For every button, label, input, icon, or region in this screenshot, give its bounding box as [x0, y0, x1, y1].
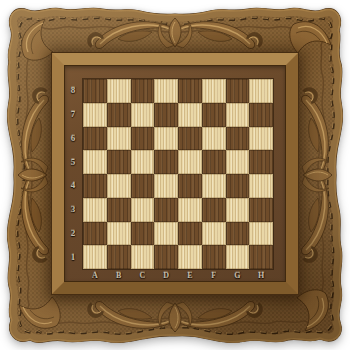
square-a3[interactable]	[83, 198, 107, 222]
file-label-g: G	[226, 269, 250, 282]
square-h5[interactable]	[249, 150, 273, 174]
square-e4[interactable]	[178, 174, 202, 198]
rank-labels: 87654321	[63, 79, 83, 269]
square-a6[interactable]	[83, 127, 107, 151]
square-d4[interactable]	[154, 174, 178, 198]
rank-label-8: 8	[63, 79, 83, 103]
file-label-e: E	[178, 269, 202, 282]
square-e3[interactable]	[178, 198, 202, 222]
square-h8[interactable]	[249, 79, 273, 103]
square-g3[interactable]	[226, 198, 250, 222]
chess-board-assembly: 87654321 ABCDEFGH	[52, 53, 298, 294]
square-h1[interactable]	[249, 245, 273, 269]
square-f5[interactable]	[202, 150, 226, 174]
square-a7[interactable]	[83, 103, 107, 127]
square-e6[interactable]	[178, 127, 202, 151]
file-label-h: H	[249, 269, 273, 282]
square-e5[interactable]	[178, 150, 202, 174]
square-d6[interactable]	[154, 127, 178, 151]
square-b7[interactable]	[107, 103, 131, 127]
rank-label-1: 1	[63, 245, 83, 269]
square-h3[interactable]	[249, 198, 273, 222]
square-e8[interactable]	[178, 79, 202, 103]
square-a2[interactable]	[83, 222, 107, 246]
square-f1[interactable]	[202, 245, 226, 269]
square-c5[interactable]	[131, 150, 155, 174]
square-a5[interactable]	[83, 150, 107, 174]
square-c7[interactable]	[131, 103, 155, 127]
square-b4[interactable]	[107, 174, 131, 198]
square-c3[interactable]	[131, 198, 155, 222]
square-b8[interactable]	[107, 79, 131, 103]
square-e1[interactable]	[178, 245, 202, 269]
board-squares	[83, 79, 273, 269]
square-f6[interactable]	[202, 127, 226, 151]
photo-background: 87654321 ABCDEFGH	[0, 0, 350, 350]
square-b6[interactable]	[107, 127, 131, 151]
square-h7[interactable]	[249, 103, 273, 127]
square-f8[interactable]	[202, 79, 226, 103]
square-d7[interactable]	[154, 103, 178, 127]
square-h4[interactable]	[249, 174, 273, 198]
rank-label-7: 7	[63, 103, 83, 127]
file-labels: ABCDEFGH	[83, 269, 273, 282]
rank-label-6: 6	[63, 127, 83, 151]
square-a8[interactable]	[83, 79, 107, 103]
square-g8[interactable]	[226, 79, 250, 103]
square-d3[interactable]	[154, 198, 178, 222]
square-f2[interactable]	[202, 222, 226, 246]
square-h6[interactable]	[249, 127, 273, 151]
square-e7[interactable]	[178, 103, 202, 127]
rank-label-5: 5	[63, 150, 83, 174]
square-b2[interactable]	[107, 222, 131, 246]
file-label-b: B	[107, 269, 131, 282]
square-b1[interactable]	[107, 245, 131, 269]
square-c2[interactable]	[131, 222, 155, 246]
square-f4[interactable]	[202, 174, 226, 198]
square-a1[interactable]	[83, 245, 107, 269]
file-label-d: D	[154, 269, 178, 282]
file-label-f: F	[202, 269, 226, 282]
square-c6[interactable]	[131, 127, 155, 151]
square-c8[interactable]	[131, 79, 155, 103]
square-c4[interactable]	[131, 174, 155, 198]
file-label-c: C	[131, 269, 155, 282]
square-c1[interactable]	[131, 245, 155, 269]
square-b5[interactable]	[107, 150, 131, 174]
square-g5[interactable]	[226, 150, 250, 174]
square-a4[interactable]	[83, 174, 107, 198]
square-h2[interactable]	[249, 222, 273, 246]
square-f7[interactable]	[202, 103, 226, 127]
square-e2[interactable]	[178, 222, 202, 246]
square-g1[interactable]	[226, 245, 250, 269]
square-d1[interactable]	[154, 245, 178, 269]
square-f3[interactable]	[202, 198, 226, 222]
square-b3[interactable]	[107, 198, 131, 222]
rank-label-4: 4	[63, 174, 83, 198]
rank-label-2: 2	[63, 222, 83, 246]
square-d8[interactable]	[154, 79, 178, 103]
file-label-a: A	[83, 269, 107, 282]
square-g2[interactable]	[226, 222, 250, 246]
square-g4[interactable]	[226, 174, 250, 198]
square-g7[interactable]	[226, 103, 250, 127]
square-d2[interactable]	[154, 222, 178, 246]
square-g6[interactable]	[226, 127, 250, 151]
rank-label-3: 3	[63, 198, 83, 222]
square-d5[interactable]	[154, 150, 178, 174]
